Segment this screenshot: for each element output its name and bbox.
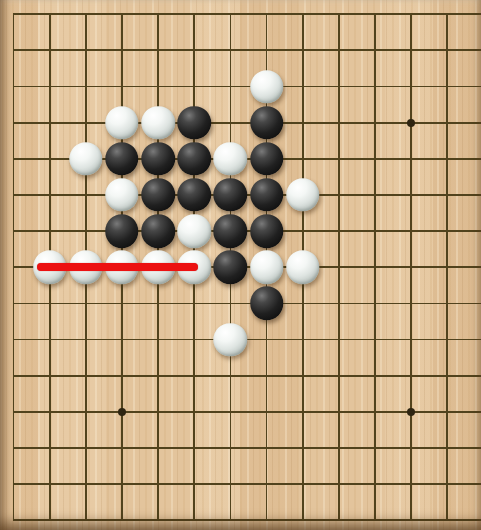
grid-line-vertical bbox=[338, 13, 340, 521]
black-stone bbox=[214, 178, 248, 212]
gomoku-board[interactable] bbox=[0, 0, 481, 530]
black-stone bbox=[250, 106, 284, 140]
grid-line-horizontal bbox=[13, 519, 481, 521]
black-stone bbox=[141, 178, 175, 212]
white-stone bbox=[250, 70, 284, 104]
black-stone bbox=[214, 251, 248, 285]
black-stone bbox=[141, 214, 175, 248]
white-stone bbox=[69, 142, 103, 176]
black-stone bbox=[250, 142, 284, 176]
star-point bbox=[407, 408, 415, 416]
black-stone bbox=[178, 106, 212, 140]
grid-line-horizontal bbox=[13, 483, 481, 485]
black-stone bbox=[105, 142, 139, 176]
black-stone bbox=[250, 214, 284, 248]
grid-line-vertical bbox=[446, 13, 448, 521]
black-stone bbox=[178, 178, 212, 212]
black-stone bbox=[250, 178, 284, 212]
winning-line-highlight bbox=[37, 263, 198, 271]
black-stone bbox=[214, 214, 248, 248]
white-stone bbox=[178, 214, 212, 248]
white-stone bbox=[286, 178, 320, 212]
grid-line-vertical bbox=[374, 13, 376, 521]
white-stone bbox=[141, 106, 175, 140]
white-stone bbox=[286, 251, 320, 285]
white-stone bbox=[250, 251, 284, 285]
star-point bbox=[118, 408, 126, 416]
star-point bbox=[407, 119, 415, 127]
grid-line-horizontal bbox=[13, 447, 481, 449]
white-stone bbox=[214, 142, 248, 176]
white-stone bbox=[214, 323, 248, 357]
black-stone bbox=[141, 142, 175, 176]
white-stone bbox=[105, 106, 139, 140]
black-stone bbox=[105, 214, 139, 248]
black-stone bbox=[250, 287, 284, 321]
white-stone bbox=[105, 178, 139, 212]
black-stone bbox=[178, 142, 212, 176]
grid-line-vertical bbox=[410, 13, 412, 521]
gomoku-game-screen bbox=[0, 0, 481, 530]
